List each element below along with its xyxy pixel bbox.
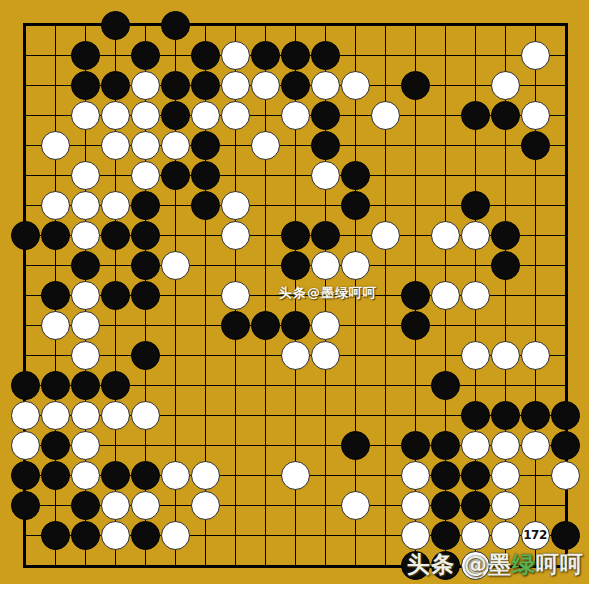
stone-white (41, 191, 70, 220)
stone-white (401, 461, 430, 490)
stone-black (161, 161, 190, 190)
go-board: 172 头条@墨绿呵呵 头条 @墨绿呵呵 (0, 0, 589, 589)
stone-black (281, 41, 310, 70)
stone-white (491, 431, 520, 460)
watermark-center: 头条@墨绿呵呵 (279, 284, 377, 302)
stone-black (101, 281, 130, 310)
stone-white (191, 101, 220, 130)
stone-white (431, 281, 460, 310)
stone-black (131, 191, 160, 220)
stone-white (461, 521, 490, 550)
stone-white (131, 71, 160, 100)
stone-white (11, 401, 40, 430)
stone-black (131, 41, 160, 70)
stone-black (311, 101, 340, 130)
stone-black (191, 71, 220, 100)
stone-black (401, 431, 430, 460)
stone-white (461, 341, 490, 370)
stone-white (101, 401, 130, 430)
stone-white (161, 461, 190, 490)
stone-white (401, 491, 430, 520)
stone-black (251, 311, 280, 340)
stone-black (311, 131, 340, 160)
stone-white (131, 161, 160, 190)
stone-white (101, 491, 130, 520)
move-number-label: 172 (523, 529, 547, 541)
stone-black (431, 371, 460, 400)
stone-black (461, 191, 490, 220)
stone-black (191, 161, 220, 190)
stone-white (521, 431, 550, 460)
stone-black (341, 431, 370, 460)
stone-black (311, 221, 340, 250)
stone-black (191, 41, 220, 70)
stone-black (11, 371, 40, 400)
stone-black (101, 71, 130, 100)
stone-white (281, 461, 310, 490)
stone-white (491, 521, 520, 550)
stone-white (131, 491, 160, 520)
stone-white (131, 401, 160, 430)
stone-white (161, 131, 190, 160)
stone-black (221, 311, 250, 340)
stone-white (71, 431, 100, 460)
stone-white (161, 521, 190, 550)
stone-black (551, 431, 580, 460)
stone-black (161, 101, 190, 130)
bottom-white-strip (0, 584, 589, 589)
stone-black (401, 281, 430, 310)
stone-white (101, 521, 130, 550)
stone-white (281, 101, 310, 130)
stone-white (71, 281, 100, 310)
stone-black (41, 371, 70, 400)
stone-black (71, 251, 100, 280)
stone-black (41, 461, 70, 490)
stone-black (71, 521, 100, 550)
stone-black (161, 71, 190, 100)
stone-black (551, 521, 580, 550)
stone-black (191, 191, 220, 220)
stone-white (41, 401, 70, 430)
stone-black (131, 521, 160, 550)
stone-white (191, 461, 220, 490)
stone-white (311, 251, 340, 280)
stone-black (191, 131, 220, 160)
stone-black (101, 461, 130, 490)
stone-black (281, 251, 310, 280)
stone-white (101, 191, 130, 220)
stone-black (71, 71, 100, 100)
stone-white (521, 341, 550, 370)
stone-black (431, 491, 460, 520)
stone-white (311, 161, 340, 190)
stone-white (71, 221, 100, 250)
stone-white (311, 71, 340, 100)
stone-white (341, 251, 370, 280)
stone-white (71, 401, 100, 430)
stone-black (491, 101, 520, 130)
stone-white (131, 101, 160, 130)
stone-black (311, 41, 340, 70)
stone-black (461, 461, 490, 490)
stone-white (491, 71, 520, 100)
stone-white (221, 281, 250, 310)
stone-white-move-172: 172 (521, 521, 550, 550)
stone-black (551, 401, 580, 430)
stone-white (221, 221, 250, 250)
stone-black (281, 71, 310, 100)
stone-black (401, 71, 430, 100)
stone-white (41, 311, 70, 340)
stone-black (71, 371, 100, 400)
stone-white (71, 311, 100, 340)
stone-white (551, 461, 580, 490)
stone-white (311, 311, 340, 340)
stone-white (101, 101, 130, 130)
watermark-br-text-3: 呵呵 (536, 551, 584, 577)
stone-black (281, 221, 310, 250)
stone-black (131, 281, 160, 310)
stone-black (461, 401, 490, 430)
stone-black (281, 311, 310, 340)
stone-white (311, 341, 340, 370)
stone-white (521, 41, 550, 70)
stone-black (341, 161, 370, 190)
watermark-br-text-1: 头条 @墨 (407, 551, 512, 577)
stone-white (431, 221, 460, 250)
stone-white (71, 191, 100, 220)
stone-white (491, 461, 520, 490)
stone-white (191, 491, 220, 520)
stone-black (431, 521, 460, 550)
stone-white (221, 191, 250, 220)
stone-white (71, 161, 100, 190)
stone-black (41, 221, 70, 250)
stone-white (341, 71, 370, 100)
stone-black (521, 401, 550, 430)
stone-black (161, 11, 190, 40)
stone-black (131, 461, 160, 490)
stone-white (251, 131, 280, 160)
stone-black (491, 221, 520, 250)
stone-white (221, 71, 250, 100)
stone-black (71, 41, 100, 70)
stone-white (221, 41, 250, 70)
stone-black (251, 41, 280, 70)
stone-black (11, 491, 40, 520)
stone-black (491, 251, 520, 280)
stone-white (371, 101, 400, 130)
stone-white (71, 341, 100, 370)
stone-white (161, 251, 190, 280)
stone-black (71, 491, 100, 520)
stone-white (461, 431, 490, 460)
stone-white (221, 101, 250, 130)
stone-white (461, 281, 490, 310)
stone-white (341, 491, 370, 520)
stone-white (521, 101, 550, 130)
stone-black (521, 131, 550, 160)
stone-white (461, 221, 490, 250)
stone-white (131, 131, 160, 160)
stone-white (491, 341, 520, 370)
stone-black (131, 221, 160, 250)
stone-black (491, 401, 520, 430)
stone-black (431, 431, 460, 460)
stone-black (11, 461, 40, 490)
stone-black (41, 281, 70, 310)
stone-white (71, 461, 100, 490)
stone-black (461, 491, 490, 520)
stone-black (401, 311, 430, 340)
stone-black (131, 251, 160, 280)
stone-white (101, 131, 130, 160)
stone-white (281, 341, 310, 370)
stone-black (431, 461, 460, 490)
watermark-br-text-2: 绿 (512, 551, 536, 577)
stone-black (41, 521, 70, 550)
stone-white (371, 221, 400, 250)
stone-black (101, 371, 130, 400)
stone-white (491, 491, 520, 520)
stone-black (341, 191, 370, 220)
stone-white (41, 131, 70, 160)
stone-white (11, 431, 40, 460)
stone-black (131, 341, 160, 370)
stone-white (71, 101, 100, 130)
stone-black (461, 101, 490, 130)
stone-black (101, 221, 130, 250)
stone-black (101, 11, 130, 40)
stone-black (11, 221, 40, 250)
stone-black (41, 431, 70, 460)
stone-white (401, 521, 430, 550)
stone-white (251, 71, 280, 100)
watermark-bottom-right: 头条 @墨绿呵呵 (407, 549, 584, 580)
